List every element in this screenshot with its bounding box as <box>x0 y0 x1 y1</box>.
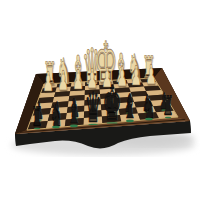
chess-board <box>0 0 200 200</box>
square-r1c2 <box>70 86 85 91</box>
square-r2c2 <box>69 90 85 96</box>
chess-set-photo: ♜♞♝♛♚♝♞♜♟♟♟♟♟♟♟♟♟♟♟♟♟♟♟♟♜♞♝♛♚♝♞♜ <box>0 0 200 200</box>
square-r1c3 <box>85 85 100 90</box>
square-r1c4 <box>99 84 114 89</box>
